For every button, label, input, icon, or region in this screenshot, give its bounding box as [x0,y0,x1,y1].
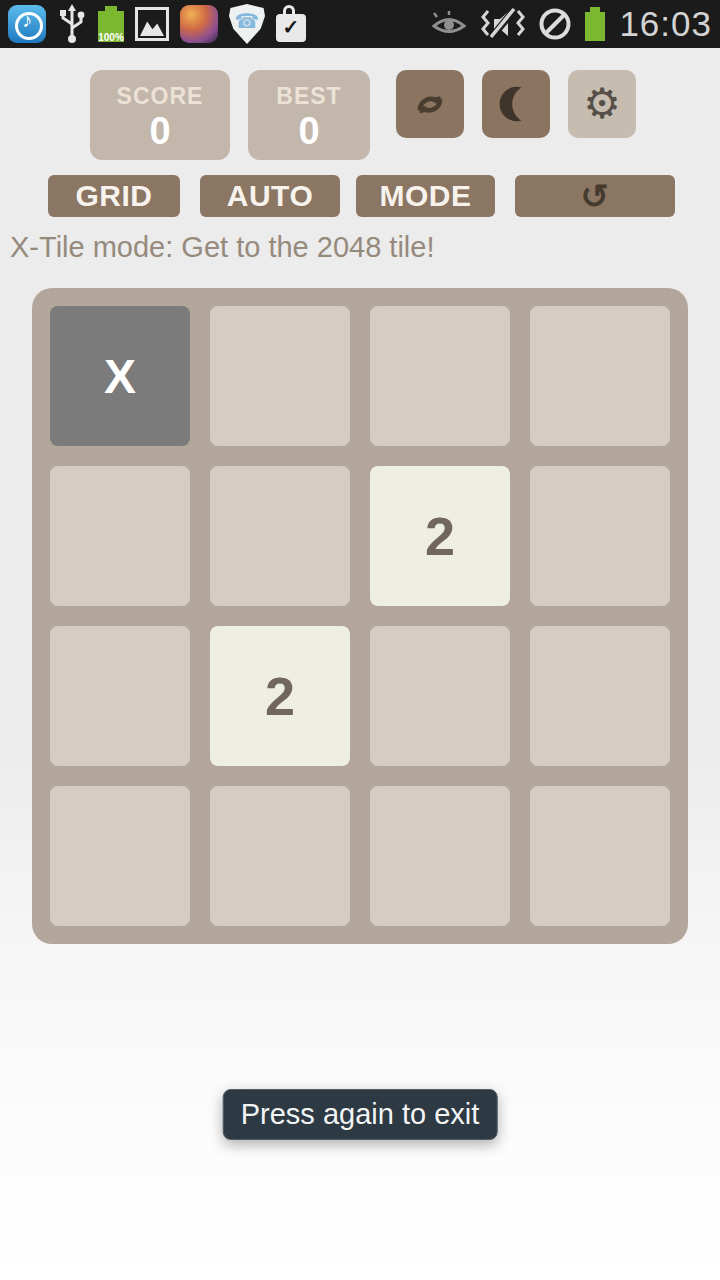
system-status-icons: 16:03 [429,0,712,48]
app-screen: ♪ 100% ☎ [0,0,720,1280]
battery-percent-label: 100% [98,32,124,43]
auto-button[interactable]: AUTO [200,175,340,217]
empty-cell [50,786,190,926]
empty-cell [50,626,190,766]
score-label: SCORE [90,83,230,110]
empty-cell [530,306,670,446]
tile-2: 2 [210,626,350,766]
mode-button-label: MODE [380,179,472,213]
empty-cell [370,306,510,446]
empty-cell [530,786,670,926]
score-box: SCORE 0 [90,70,230,160]
usb-icon [57,4,87,44]
restart-button[interactable]: ↺ [515,175,675,217]
best-box: BEST 0 [248,70,370,160]
bag-check-glyph: ✓ [276,15,306,39]
shopping-bag-check-icon: ✓ [276,14,306,42]
mode-button[interactable]: MODE [356,175,495,217]
sync-arrows-icon [409,83,451,125]
music-app-icon: ♪ [8,5,46,43]
clock: 16:03 [619,4,712,44]
notification-icons: ♪ 100% ☎ [8,0,306,48]
exit-toast: Press again to exit [223,1089,498,1140]
game-board[interactable]: X22 [32,288,688,944]
empty-cell [210,306,350,446]
shield-phone-glyph: ☎ [229,9,265,33]
restart-icon: ↺ [581,179,610,213]
music-note-glyph: ♪ [8,9,46,32]
blocking-mode-icon [537,6,573,42]
grid-button[interactable]: GRID [48,175,180,217]
best-value: 0 [248,112,370,150]
empty-cell [50,466,190,606]
mode-description: X-Tile mode: Get to the 2048 tile! [10,231,434,264]
smart-stay-eye-icon [429,9,469,39]
score-value: 0 [90,112,230,150]
tile-x: X [50,306,190,446]
auto-button-label: AUTO [227,179,313,213]
call-protect-shield-icon: ☎ [229,4,265,44]
empty-cell [370,786,510,926]
empty-cell [370,626,510,766]
empty-cell [530,466,670,606]
vibrate-off-icon [480,7,526,41]
gallery-icon [135,7,169,41]
empty-cell [210,466,350,606]
best-label: BEST [248,83,370,110]
gear-icon: ⚙ [583,83,621,125]
battery-100-icon: 100% [98,4,124,44]
tile-2: 2 [370,466,510,606]
night-mode-button[interactable] [482,70,550,138]
battery-icon [584,6,606,42]
empty-cell [210,786,350,926]
moon-icon [494,82,538,126]
empty-cell [530,626,670,766]
grid-button-label: GRID [76,179,153,213]
status-bar[interactable]: ♪ 100% ☎ [0,0,720,48]
settings-button[interactable]: ⚙ [568,70,636,138]
game-app-icon [180,5,218,43]
undo-button[interactable] [396,70,464,138]
